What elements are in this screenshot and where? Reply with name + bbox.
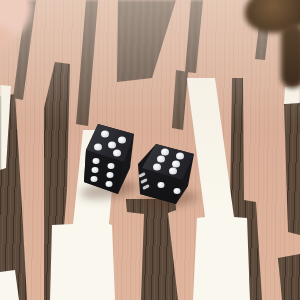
- pip: [118, 137, 126, 144]
- pip: [176, 153, 184, 160]
- pip: [161, 149, 169, 156]
- die-left[interactable]: [84, 124, 136, 196]
- pip: [174, 188, 181, 194]
- pip: [158, 182, 165, 188]
- pip: [113, 150, 121, 157]
- pip: [92, 167, 99, 173]
- pip: [101, 131, 109, 138]
- pip: [91, 176, 98, 182]
- pip: [157, 156, 165, 163]
- die-right[interactable]: [138, 144, 196, 206]
- pip: [172, 161, 180, 168]
- pip: [153, 164, 161, 171]
- blurred-checker-edge[interactable]: [281, 24, 300, 88]
- pip: [108, 142, 116, 149]
- pip: [108, 163, 115, 169]
- backgammon-board-photo: backgammon: [0, 0, 300, 300]
- pip: [169, 168, 177, 175]
- pip: [106, 181, 113, 187]
- pip: [94, 144, 102, 151]
- pip: [107, 172, 114, 178]
- pip: [93, 158, 100, 164]
